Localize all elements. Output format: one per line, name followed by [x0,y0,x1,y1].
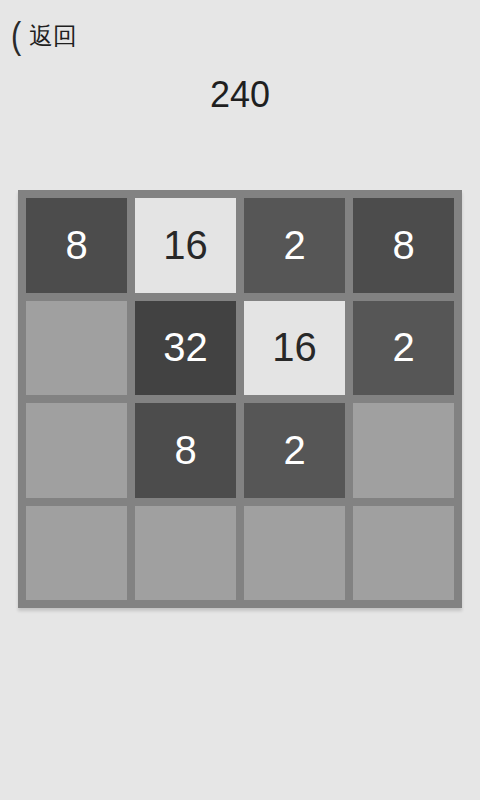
tile-32-r2c2: 32 [135,301,236,396]
tile-16-r2c3: 16 [244,301,345,396]
board[interactable]: 816283216282 [18,190,462,608]
tile-2-r3c3: 2 [244,403,345,498]
tile-8-r1c1: 8 [26,198,127,293]
empty-cell-r4c1 [26,506,127,601]
back-chevron-icon: ( [11,18,21,54]
tile-8-r3c2: 8 [135,403,236,498]
empty-cell-r4c2 [135,506,236,601]
tile-2-r1c3: 2 [244,198,345,293]
tile-16-r1c2: 16 [135,198,236,293]
tile-8-r1c4: 8 [353,198,454,293]
empty-cell-r2c1 [26,301,127,396]
score-value: 240 [0,74,480,116]
empty-cell-r4c3 [244,506,345,601]
tile-2-r2c4: 2 [353,301,454,396]
empty-cell-r3c4 [353,403,454,498]
empty-cell-r4c4 [353,506,454,601]
back-button-label: 返回 [29,18,77,54]
empty-cell-r3c1 [26,403,127,498]
back-button[interactable]: ( 返回 [10,18,77,54]
